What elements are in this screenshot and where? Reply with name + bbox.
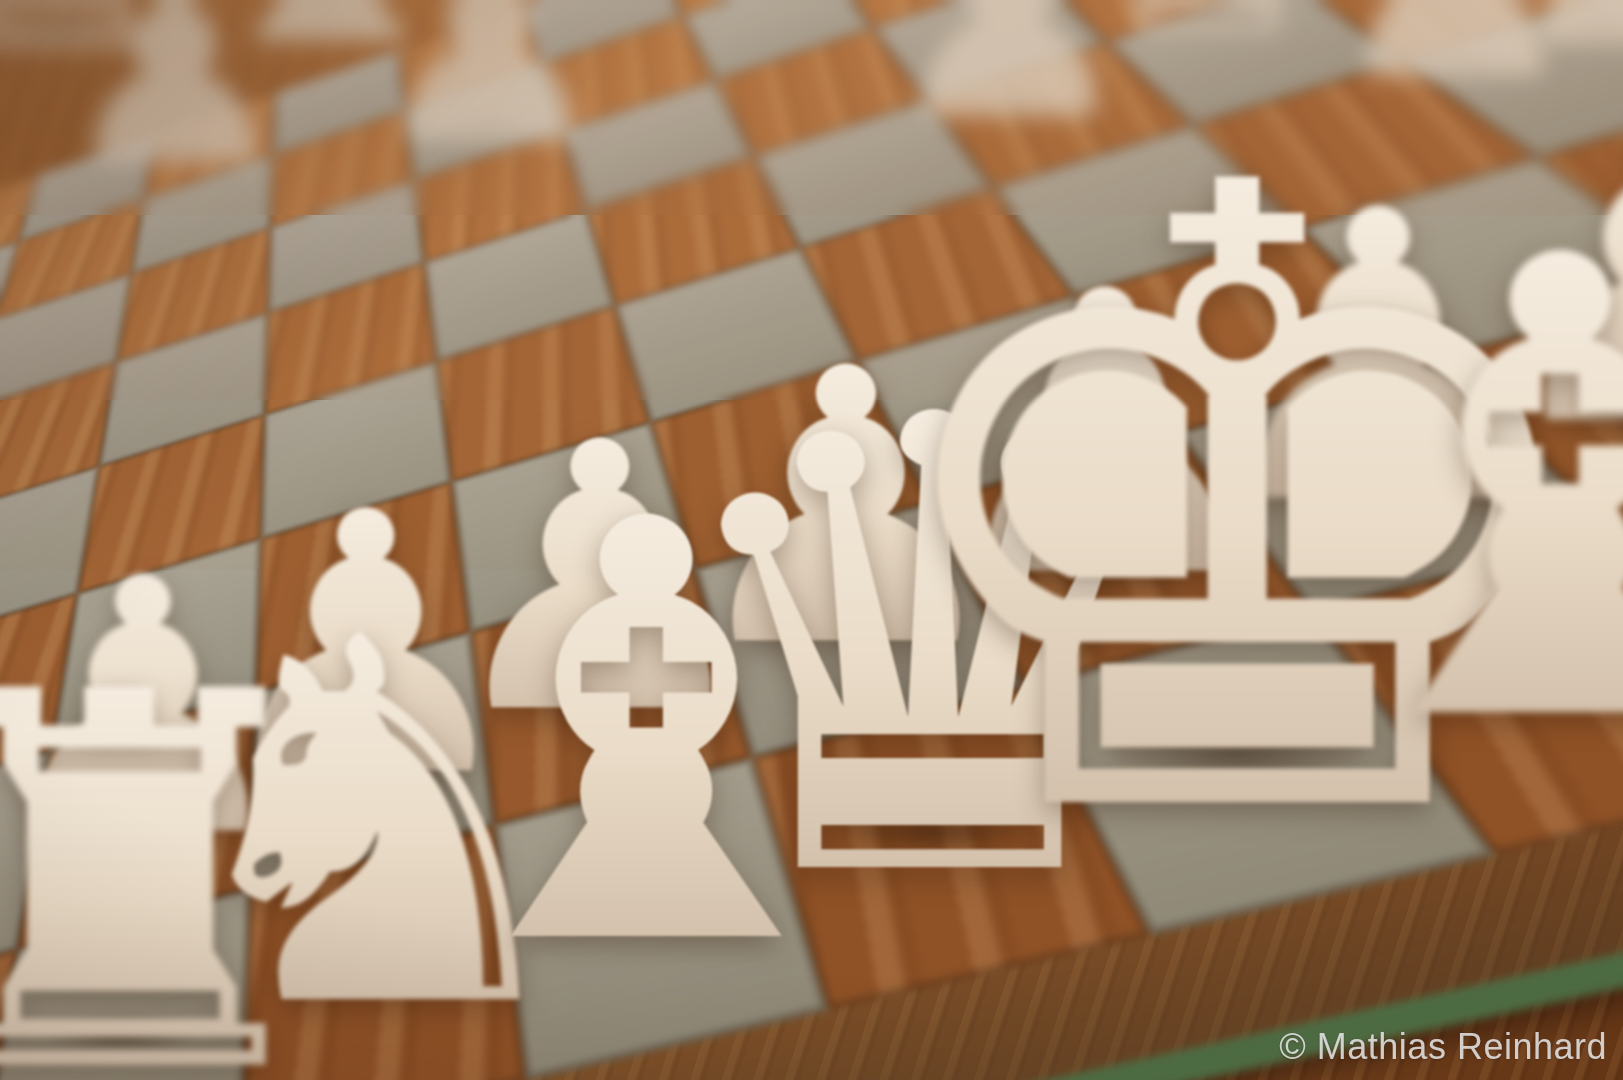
black-piece-blurred-bishop: ♝: [164, 0, 497, 92]
white-knight-g1[interactable]: ♞: [1612, 129, 1623, 714]
photo-scene: ♟♟♟♟♜♝♛♞ ♟♟♟♟♟♟♟♟♜♞♝♛♚♝♞♜ © Mathias Rein…: [0, 0, 1623, 1080]
watermark: © Mathias Reinhard: [1279, 1026, 1607, 1068]
white-bishop-f1[interactable]: ♝: [1244, 176, 1623, 809]
